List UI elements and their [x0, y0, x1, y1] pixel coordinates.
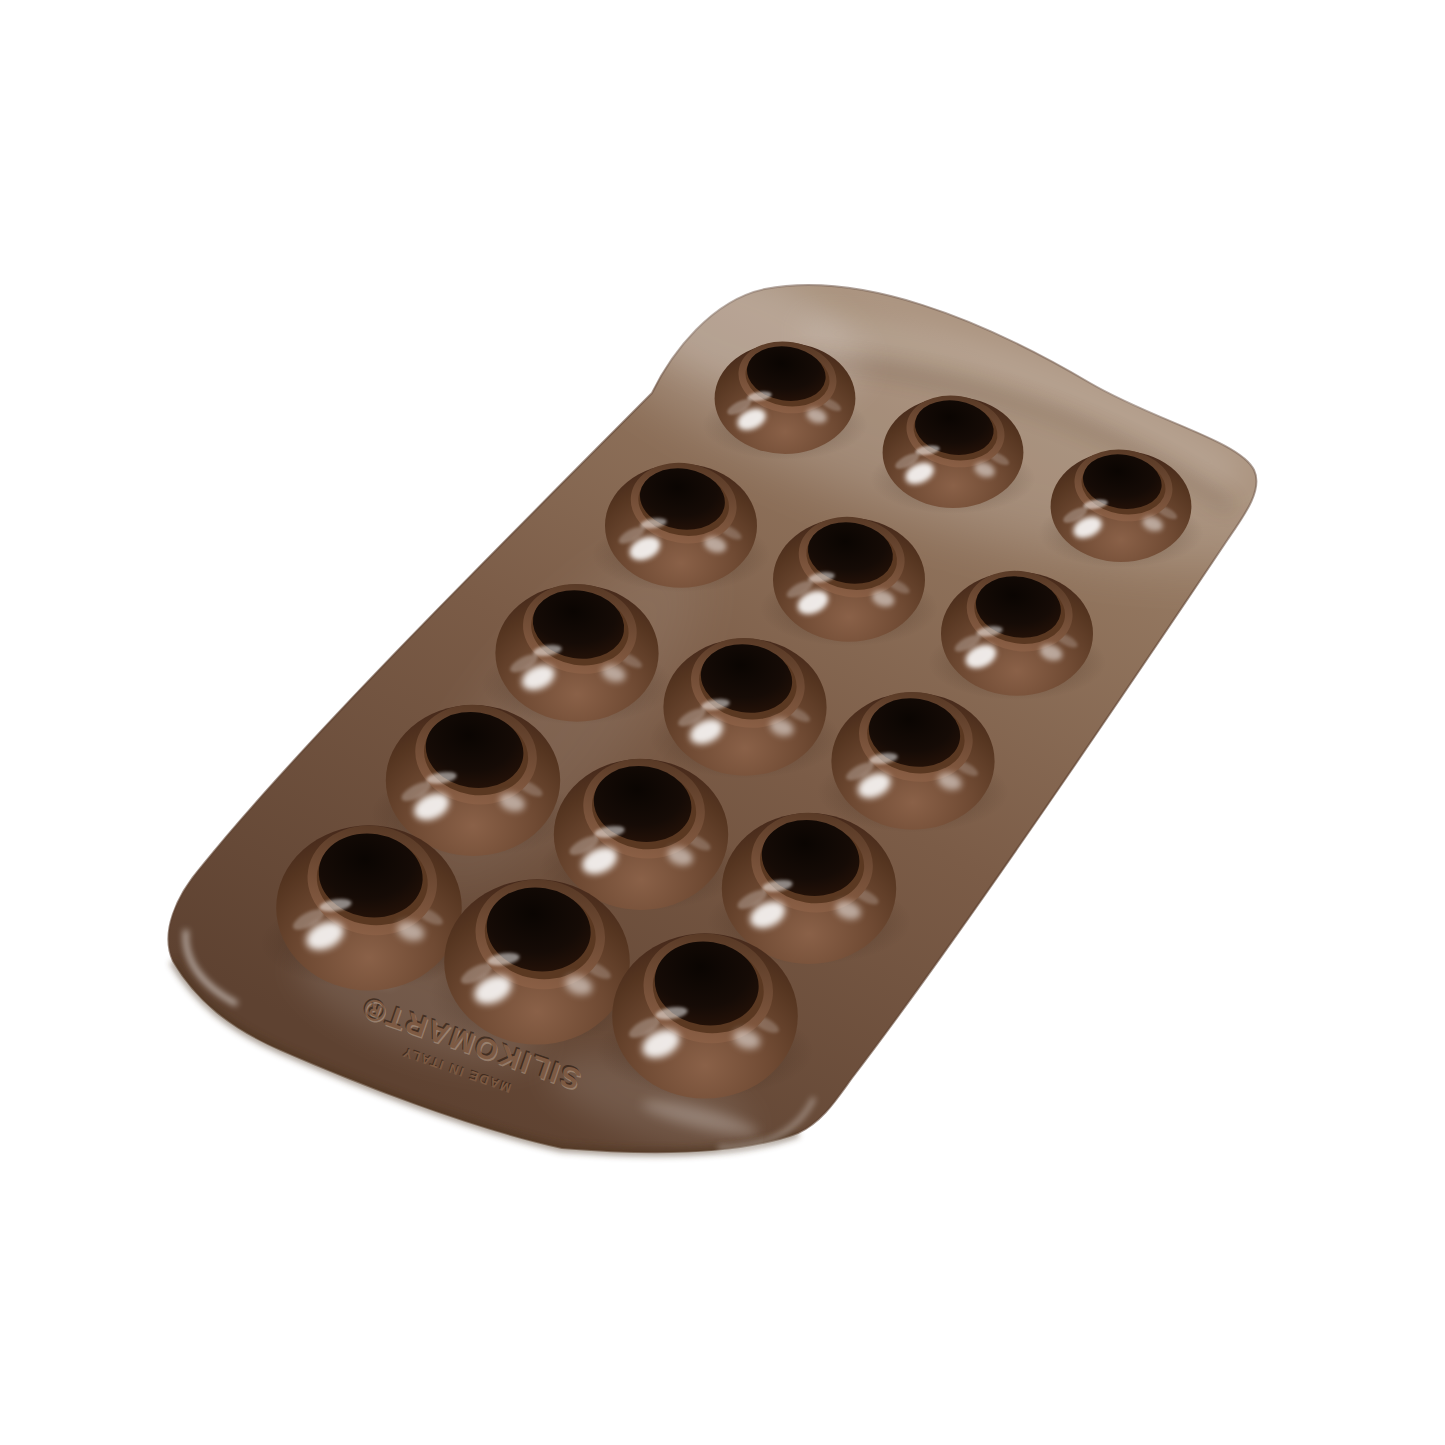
product-image: SILIKOMART® SILIKOMART® SILIKOMART® MADE…	[0, 0, 1445, 1445]
chocolate-mold-photo: SILIKOMART® SILIKOMART® SILIKOMART® MADE…	[0, 0, 1445, 1445]
